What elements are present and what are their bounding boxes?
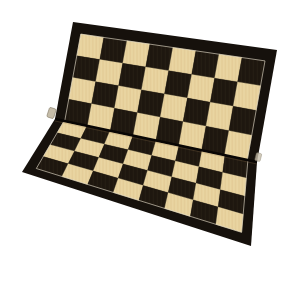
square-h3: [69, 78, 96, 104]
square-e2: [142, 67, 169, 94]
square-d2: [165, 71, 192, 98]
photo-canvas: [0, 0, 285, 285]
square-b3: [206, 102, 233, 131]
folding-chessboard: [0, 0, 285, 285]
square-h1: [77, 34, 104, 60]
square-c1: [192, 51, 219, 78]
square-e3: [137, 90, 164, 117]
square-d1: [169, 48, 196, 75]
square-b1: [215, 54, 242, 82]
square-f3: [115, 86, 142, 113]
square-c2: [187, 75, 214, 103]
square-c3: [183, 98, 210, 126]
square-d3: [160, 94, 187, 122]
square-a3: [229, 106, 256, 135]
hinge-left-icon: [47, 107, 57, 119]
square-h2: [73, 56, 100, 82]
square-g1: [100, 37, 127, 63]
square-a1: [238, 58, 265, 86]
square-f1: [123, 41, 150, 67]
square-g3: [92, 82, 119, 109]
square-g2: [96, 60, 123, 86]
square-a2: [233, 82, 260, 111]
square-e1: [146, 44, 173, 71]
square-b2: [210, 78, 237, 106]
square-f2: [119, 63, 146, 90]
